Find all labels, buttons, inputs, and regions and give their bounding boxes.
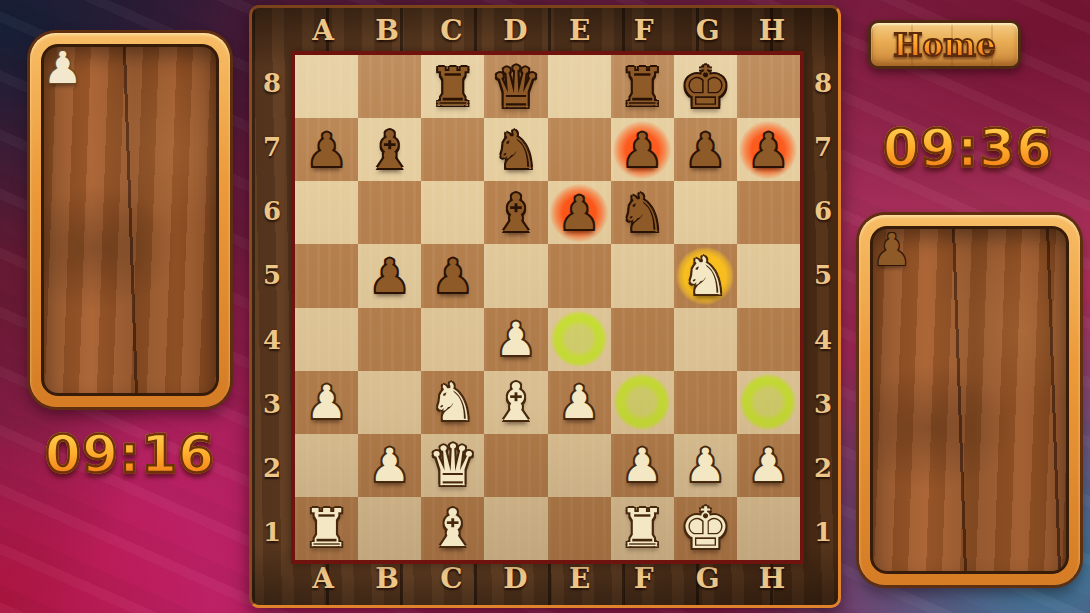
coord-label-h: H — [740, 12, 804, 48]
square-g5[interactable]: ♞ — [674, 244, 737, 307]
square-a2[interactable] — [295, 434, 358, 497]
coord-label-g: G — [676, 12, 740, 48]
white-knight[interactable]: ♞ — [430, 372, 477, 432]
square-c5[interactable]: ♟ — [421, 244, 484, 307]
square-d8[interactable]: ♛ — [484, 55, 547, 118]
coord-label-h: H — [740, 560, 804, 596]
square-f8[interactable]: ♜ — [611, 55, 674, 118]
coord-label-c: C — [419, 12, 483, 48]
square-h1[interactable] — [737, 497, 800, 560]
coord-label-7: 7 — [254, 115, 290, 179]
coord-label-5: 5 — [254, 243, 290, 307]
square-a6[interactable] — [295, 181, 358, 244]
coord-label-6: 6 — [254, 179, 290, 243]
square-g2[interactable]: ♟ — [674, 434, 737, 497]
white-queen[interactable]: ♛ — [427, 435, 478, 495]
square-h6[interactable] — [737, 181, 800, 244]
black-bishop[interactable]: ♝ — [493, 183, 540, 243]
square-g3[interactable] — [674, 371, 737, 434]
square-b3[interactable] — [358, 371, 421, 434]
file-labels-bottom: ABCDEFGH — [291, 560, 804, 596]
white-pawn[interactable]: ♟ — [306, 372, 347, 432]
board-squares: ♜♛♜♚♟♝♞♟♟♟♝♟♞♟♟♞♟♟♞♝♟♟♛♟♟♟♜♝♜♚ — [295, 55, 800, 560]
move-highlight[interactable] — [551, 311, 607, 367]
square-a4[interactable] — [295, 308, 358, 371]
square-g7[interactable]: ♟ — [674, 118, 737, 181]
white-king[interactable]: ♚ — [680, 498, 731, 558]
black-pawn[interactable]: ♟ — [558, 183, 599, 243]
square-a1[interactable]: ♜ — [295, 497, 358, 560]
white-rook[interactable]: ♜ — [303, 498, 350, 558]
black-pawn[interactable]: ♟ — [748, 120, 789, 180]
left-capture-tray: ♟ — [30, 33, 230, 407]
right-capture-tray-wood: ♟ — [870, 226, 1069, 574]
square-h2[interactable]: ♟ — [737, 434, 800, 497]
square-b4[interactable] — [358, 308, 421, 371]
black-pawn[interactable]: ♟ — [622, 120, 663, 180]
coord-label-4: 4 — [254, 308, 290, 372]
coord-label-e: E — [548, 560, 612, 596]
coord-label-3: 3 — [254, 372, 290, 436]
right-capture-tray: ♟ — [859, 215, 1080, 585]
square-d3[interactable]: ♝ — [484, 371, 547, 434]
square-a7[interactable]: ♟ — [295, 118, 358, 181]
game-screen: ♟ 09:16 ABCDEFGH ABCDEFGH 87654321 87654… — [0, 0, 1090, 613]
square-f6[interactable]: ♞ — [611, 181, 674, 244]
white-pawn[interactable]: ♟ — [685, 435, 726, 495]
white-pawn[interactable]: ♟ — [748, 435, 789, 495]
square-c8[interactable]: ♜ — [421, 55, 484, 118]
square-b8[interactable] — [358, 55, 421, 118]
home-button-label: Home — [893, 27, 996, 63]
black-pawn[interactable]: ♟ — [432, 246, 473, 306]
white-knight[interactable]: ♞ — [682, 246, 729, 306]
square-c7[interactable] — [421, 118, 484, 181]
square-e2[interactable] — [548, 434, 611, 497]
square-f1[interactable]: ♜ — [611, 497, 674, 560]
black-pawn[interactable]: ♟ — [685, 120, 726, 180]
coord-label-8: 8 — [805, 51, 841, 115]
square-d5[interactable] — [484, 244, 547, 307]
coord-label-b: B — [355, 12, 419, 48]
coord-label-b: B — [355, 560, 419, 596]
white-pawn[interactable]: ♟ — [622, 435, 663, 495]
square-h3[interactable] — [737, 371, 800, 434]
coord-label-1: 1 — [254, 500, 290, 564]
black-king[interactable]: ♚ — [680, 57, 731, 117]
file-labels-top: ABCDEFGH — [291, 12, 804, 48]
coord-label-4: 4 — [805, 308, 841, 372]
square-a8[interactable] — [295, 55, 358, 118]
move-highlight[interactable] — [740, 374, 796, 430]
square-c1[interactable]: ♝ — [421, 497, 484, 560]
coord-label-5: 5 — [805, 243, 841, 307]
board-frame: ABCDEFGH ABCDEFGH 87654321 87654321 ♜♛♜♚… — [249, 5, 841, 608]
coord-label-2: 2 — [254, 436, 290, 500]
white-pawn[interactable]: ♟ — [369, 435, 410, 495]
coord-label-f: F — [612, 560, 676, 596]
square-d7[interactable]: ♞ — [484, 118, 547, 181]
square-h4[interactable] — [737, 308, 800, 371]
square-e7[interactable] — [548, 118, 611, 181]
square-e1[interactable] — [548, 497, 611, 560]
square-b5[interactable]: ♟ — [358, 244, 421, 307]
clock-right: 09:36 — [856, 118, 1080, 178]
square-f4[interactable] — [611, 308, 674, 371]
black-rook[interactable]: ♜ — [430, 57, 477, 117]
coord-label-2: 2 — [805, 436, 841, 500]
square-d6[interactable]: ♝ — [484, 181, 547, 244]
square-c4[interactable] — [421, 308, 484, 371]
coord-label-7: 7 — [805, 115, 841, 179]
square-e5[interactable] — [548, 244, 611, 307]
captured-white-pawn: ♟ — [43, 46, 82, 90]
square-h8[interactable] — [737, 55, 800, 118]
square-c6[interactable] — [421, 181, 484, 244]
white-rook[interactable]: ♜ — [619, 498, 666, 558]
coord-label-d: D — [483, 12, 547, 48]
square-d4[interactable]: ♟ — [484, 308, 547, 371]
white-bishop[interactable]: ♝ — [493, 372, 540, 432]
black-rook[interactable]: ♜ — [619, 57, 666, 117]
square-e6[interactable]: ♟ — [548, 181, 611, 244]
square-c3[interactable]: ♞ — [421, 371, 484, 434]
square-d2[interactable] — [484, 434, 547, 497]
square-b2[interactable]: ♟ — [358, 434, 421, 497]
white-pawn[interactable]: ♟ — [495, 309, 536, 369]
square-g6[interactable] — [674, 181, 737, 244]
square-e8[interactable] — [548, 55, 611, 118]
square-e3[interactable]: ♟ — [548, 371, 611, 434]
coord-label-e: E — [548, 12, 612, 48]
rank-labels-right: 87654321 — [805, 51, 841, 564]
square-h5[interactable] — [737, 244, 800, 307]
captured-black-pawn: ♟ — [872, 228, 911, 272]
square-f2[interactable]: ♟ — [611, 434, 674, 497]
square-a3[interactable]: ♟ — [295, 371, 358, 434]
coord-label-a: A — [291, 12, 355, 48]
move-highlight[interactable] — [614, 374, 670, 430]
coord-label-g: G — [676, 560, 740, 596]
coord-label-3: 3 — [805, 372, 841, 436]
rank-labels-left: 87654321 — [254, 51, 290, 564]
square-e4[interactable] — [548, 308, 611, 371]
square-f5[interactable] — [611, 244, 674, 307]
square-g1[interactable]: ♚ — [674, 497, 737, 560]
coord-label-d: D — [483, 560, 547, 596]
white-pawn[interactable]: ♟ — [558, 372, 599, 432]
coord-label-6: 6 — [805, 179, 841, 243]
black-pawn[interactable]: ♟ — [369, 246, 410, 306]
board: ♜♛♜♚♟♝♞♟♟♟♝♟♞♟♟♞♟♟♞♝♟♟♛♟♟♟♜♝♜♚ — [291, 51, 804, 564]
square-b6[interactable] — [358, 181, 421, 244]
square-b7[interactable]: ♝ — [358, 118, 421, 181]
square-a5[interactable] — [295, 244, 358, 307]
white-bishop[interactable]: ♝ — [430, 498, 477, 558]
square-g4[interactable] — [674, 308, 737, 371]
home-button[interactable]: Home — [868, 20, 1021, 69]
black-knight[interactable]: ♞ — [493, 120, 540, 180]
coord-label-a: A — [291, 560, 355, 596]
square-g8[interactable]: ♚ — [674, 55, 737, 118]
square-f3[interactable] — [611, 371, 674, 434]
black-knight[interactable]: ♞ — [619, 183, 666, 243]
coord-label-c: C — [419, 560, 483, 596]
coord-label-f: F — [612, 12, 676, 48]
black-pawn[interactable]: ♟ — [306, 120, 347, 180]
square-h7[interactable]: ♟ — [737, 118, 800, 181]
square-b1[interactable] — [358, 497, 421, 560]
black-queen[interactable]: ♛ — [490, 57, 541, 117]
square-c2[interactable]: ♛ — [421, 434, 484, 497]
coord-label-8: 8 — [254, 51, 290, 115]
square-f7[interactable]: ♟ — [611, 118, 674, 181]
left-capture-tray-wood: ♟ — [41, 44, 219, 396]
clock-left: 09:16 — [18, 424, 242, 484]
square-d1[interactable] — [484, 497, 547, 560]
coord-label-1: 1 — [805, 500, 841, 564]
black-bishop[interactable]: ♝ — [366, 120, 413, 180]
